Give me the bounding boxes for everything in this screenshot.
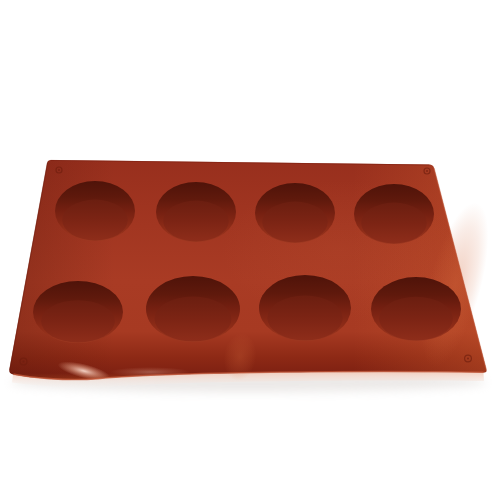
cavity [146,276,240,342]
rivet-center [426,170,428,172]
rivet-center [467,358,469,360]
cavity [354,184,434,244]
cavity [259,275,351,341]
cavity [371,277,461,341]
cavity [55,181,135,241]
cavity-floor [262,202,328,243]
cavity-floor [267,295,342,340]
cavity [156,182,236,242]
cavity-floor [154,296,231,341]
cavity-floor [361,203,427,244]
rivet-center [23,361,25,363]
cavity-floor [379,297,453,341]
cavity-floor [62,200,128,241]
cavity-floor [163,201,229,242]
cavity [255,183,335,243]
rivet-center [58,169,60,171]
product-photo [0,0,500,500]
cavity-floor [41,300,115,342]
silicone-mold-image [0,0,500,500]
cavity [33,281,123,343]
